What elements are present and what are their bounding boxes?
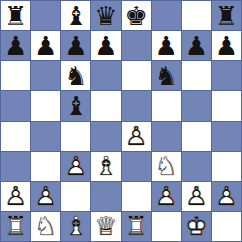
black-piece-glyph: ♞ [64,63,87,89]
square-b5[interactable] [31,91,60,120]
square-e4[interactable]: ♟♙ [122,122,151,151]
square-d4[interactable] [91,122,120,151]
square-b2[interactable]: ♟♙ [31,182,60,211]
chess-board: ♜♝♛♚♜♟♟♟♟♟♟♟♞♞♝♟♙♟♙♝♗♞♘♟♙♟♙♟♙♟♙♟♙♜♖♞♘♝♗♛… [0,0,242,242]
black-piece-glyph: ♝ [64,3,87,29]
square-h4[interactable] [212,122,241,151]
black-piece-glyph: ♜ [215,3,238,29]
piece-white-bishop[interactable]: ♝♗ [91,152,120,181]
piece-black-knight[interactable]: ♞ [152,61,181,90]
square-d7[interactable]: ♟ [91,31,120,60]
square-d3[interactable]: ♝♗ [91,152,120,181]
black-piece-glyph: ♟ [4,33,27,59]
piece-black-pawn[interactable]: ♟ [182,31,211,60]
square-a2[interactable]: ♟♙ [1,182,30,211]
piece-black-pawn[interactable]: ♟ [152,31,181,60]
piece-black-bishop[interactable]: ♝ [61,91,90,120]
square-a6[interactable] [1,61,30,90]
square-h6[interactable] [212,61,241,90]
black-piece-glyph: ♟ [34,33,57,59]
square-f2[interactable]: ♟♙ [152,182,181,211]
piece-black-rook[interactable]: ♜ [212,1,241,30]
piece-black-knight[interactable]: ♞ [61,61,90,90]
square-h2[interactable]: ♟♙ [212,182,241,211]
square-g2[interactable]: ♟♙ [182,182,211,211]
square-g7[interactable]: ♟ [182,31,211,60]
white-piece-outline-glyph: ♔ [185,213,208,239]
piece-white-knight[interactable]: ♞♘ [152,152,181,181]
white-piece-outline-glyph: ♗ [64,213,87,239]
square-b3[interactable] [31,152,60,181]
square-a8[interactable]: ♜ [1,1,30,30]
white-piece-outline-glyph: ♙ [34,183,57,209]
square-g5[interactable] [182,91,211,120]
square-c2[interactable] [61,182,90,211]
square-c4[interactable] [61,122,90,151]
white-piece-outline-glyph: ♘ [34,213,57,239]
piece-white-knight[interactable]: ♞♘ [31,212,60,241]
black-piece-glyph: ♟ [185,33,208,59]
square-b7[interactable]: ♟ [31,31,60,60]
piece-white-pawn[interactable]: ♟♙ [61,152,90,181]
square-a5[interactable] [1,91,30,120]
square-f6[interactable]: ♞ [152,61,181,90]
white-piece-outline-glyph: ♖ [4,213,27,239]
square-h5[interactable] [212,91,241,120]
black-piece-glyph: ♟ [155,33,178,59]
square-h7[interactable]: ♟ [212,31,241,60]
white-piece-outline-glyph: ♘ [155,153,178,179]
square-c1[interactable]: ♝♗ [61,212,90,241]
piece-black-pawn[interactable]: ♟ [212,31,241,60]
square-c5[interactable]: ♝ [61,91,90,120]
black-piece-glyph: ♟ [64,33,87,59]
white-piece-outline-glyph: ♙ [64,153,87,179]
square-g4[interactable] [182,122,211,151]
white-piece-outline-glyph: ♗ [94,153,117,179]
piece-white-bishop[interactable]: ♝♗ [61,212,90,241]
square-c3[interactable]: ♟♙ [61,152,90,181]
square-e7[interactable] [122,31,151,60]
piece-black-king[interactable]: ♚ [122,1,151,30]
piece-white-pawn[interactable]: ♟♙ [122,122,151,151]
square-e1[interactable]: ♜♖ [122,212,151,241]
white-piece-outline-glyph: ♙ [155,183,178,209]
white-piece-outline-glyph: ♕ [94,213,117,239]
square-h3[interactable] [212,152,241,181]
square-c8[interactable]: ♝ [61,1,90,30]
square-a4[interactable] [1,122,30,151]
square-f1[interactable] [152,212,181,241]
white-piece-outline-glyph: ♙ [185,183,208,209]
piece-white-rook[interactable]: ♜♖ [1,212,30,241]
square-d1[interactable]: ♛♕ [91,212,120,241]
black-piece-glyph: ♛ [94,3,117,29]
piece-white-queen[interactable]: ♛♕ [91,212,120,241]
square-f8[interactable] [152,1,181,30]
square-e5[interactable] [122,91,151,120]
square-f5[interactable] [152,91,181,120]
square-e3[interactable] [122,152,151,181]
white-piece-outline-glyph: ♙ [4,183,27,209]
square-a7[interactable]: ♟ [1,31,30,60]
black-piece-glyph: ♝ [64,93,87,119]
square-h8[interactable]: ♜ [212,1,241,30]
square-g3[interactable] [182,152,211,181]
square-d6[interactable] [91,61,120,90]
piece-black-pawn[interactable]: ♟ [91,31,120,60]
square-b1[interactable]: ♞♘ [31,212,60,241]
square-b8[interactable] [31,1,60,30]
square-d2[interactable] [91,182,120,211]
piece-white-pawn[interactable]: ♟♙ [212,182,241,211]
square-g1[interactable]: ♚♔ [182,212,211,241]
piece-black-pawn[interactable]: ♟ [1,31,30,60]
piece-black-bishop[interactable]: ♝ [61,1,90,30]
black-piece-glyph: ♟ [94,33,117,59]
square-a1[interactable]: ♜♖ [1,212,30,241]
piece-white-rook[interactable]: ♜♖ [122,212,151,241]
square-b4[interactable] [31,122,60,151]
square-f4[interactable] [152,122,181,151]
black-piece-glyph: ♞ [155,63,178,89]
square-h1[interactable] [212,212,241,241]
piece-white-pawn[interactable]: ♟♙ [152,182,181,211]
white-piece-outline-glyph: ♙ [124,123,147,149]
piece-black-queen[interactable]: ♛ [91,1,120,30]
square-f7[interactable]: ♟ [152,31,181,60]
square-g8[interactable] [182,1,211,30]
black-piece-glyph: ♜ [4,3,27,29]
black-piece-glyph: ♟ [215,33,238,59]
square-b6[interactable] [31,61,60,90]
square-d5[interactable] [91,91,120,120]
white-piece-outline-glyph: ♙ [215,183,238,209]
black-piece-glyph: ♚ [124,3,147,29]
piece-white-king[interactable]: ♚♔ [182,212,211,241]
piece-white-pawn[interactable]: ♟♙ [1,182,30,211]
piece-white-pawn[interactable]: ♟♙ [182,182,211,211]
square-a3[interactable] [1,152,30,181]
piece-black-rook[interactable]: ♜ [1,1,30,30]
square-d8[interactable]: ♛ [91,1,120,30]
piece-black-pawn[interactable]: ♟ [61,31,90,60]
square-e8[interactable]: ♚ [122,1,151,30]
white-piece-outline-glyph: ♖ [124,213,147,239]
square-c6[interactable]: ♞ [61,61,90,90]
piece-white-pawn[interactable]: ♟♙ [31,182,60,211]
square-c7[interactable]: ♟ [61,31,90,60]
square-e6[interactable] [122,61,151,90]
square-g6[interactable] [182,61,211,90]
piece-black-pawn[interactable]: ♟ [31,31,60,60]
square-e2[interactable] [122,182,151,211]
square-f3[interactable]: ♞♘ [152,152,181,181]
